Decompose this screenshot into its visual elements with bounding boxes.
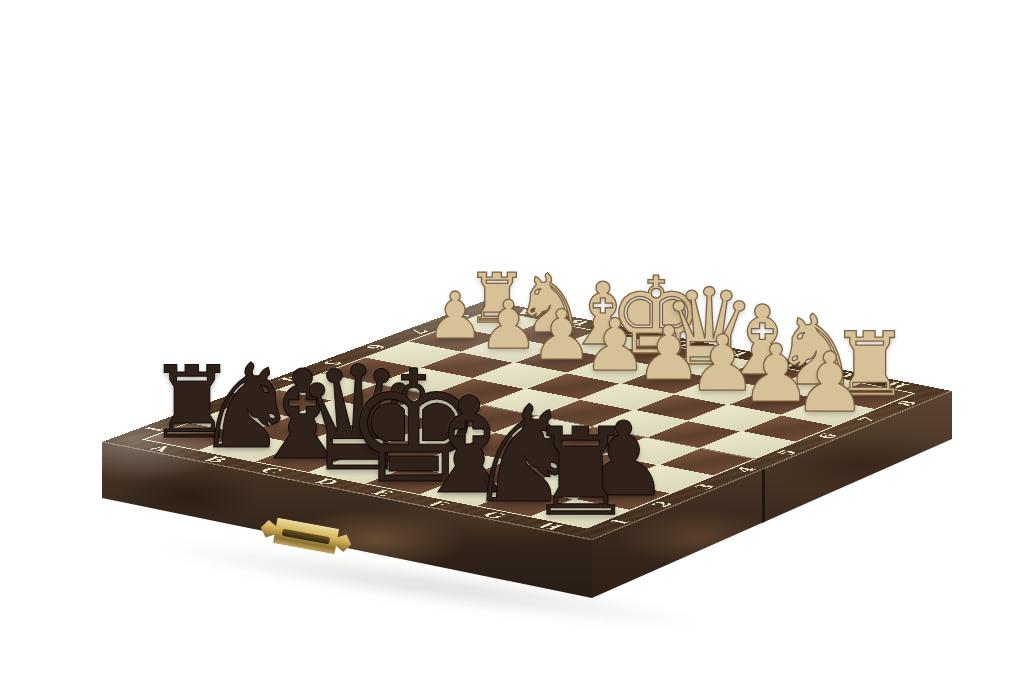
rank-label-8-left: 8 — [446, 312, 474, 319]
rank-label-6-left: 6 — [362, 343, 390, 350]
file-label-e-near: E — [368, 488, 398, 497]
box-fold-seam — [762, 467, 765, 523]
file-label-f-far: F — [777, 360, 803, 368]
file-label-f-near: F — [424, 500, 453, 509]
rank-label-7-left: 7 — [404, 328, 432, 335]
file-label-g-far: G — [829, 370, 858, 378]
file-label-g-near: G — [479, 511, 510, 520]
file-label-e-far: E — [723, 350, 750, 358]
file-label-b-far: B — [564, 318, 593, 326]
file-label-a-far: A — [512, 308, 540, 316]
file-label-c-far: C — [617, 329, 645, 337]
file-label-c-near: C — [256, 466, 286, 475]
clasp-slot — [282, 528, 330, 544]
file-label-a-near: A — [145, 444, 175, 453]
product-photo-stage: AABBCCDDEEFFGGHH1122334455667788 ♜♞♝♚♛♝♞… — [0, 0, 1024, 682]
file-label-b-near: B — [200, 455, 231, 464]
file-label-d-far: D — [669, 339, 698, 347]
